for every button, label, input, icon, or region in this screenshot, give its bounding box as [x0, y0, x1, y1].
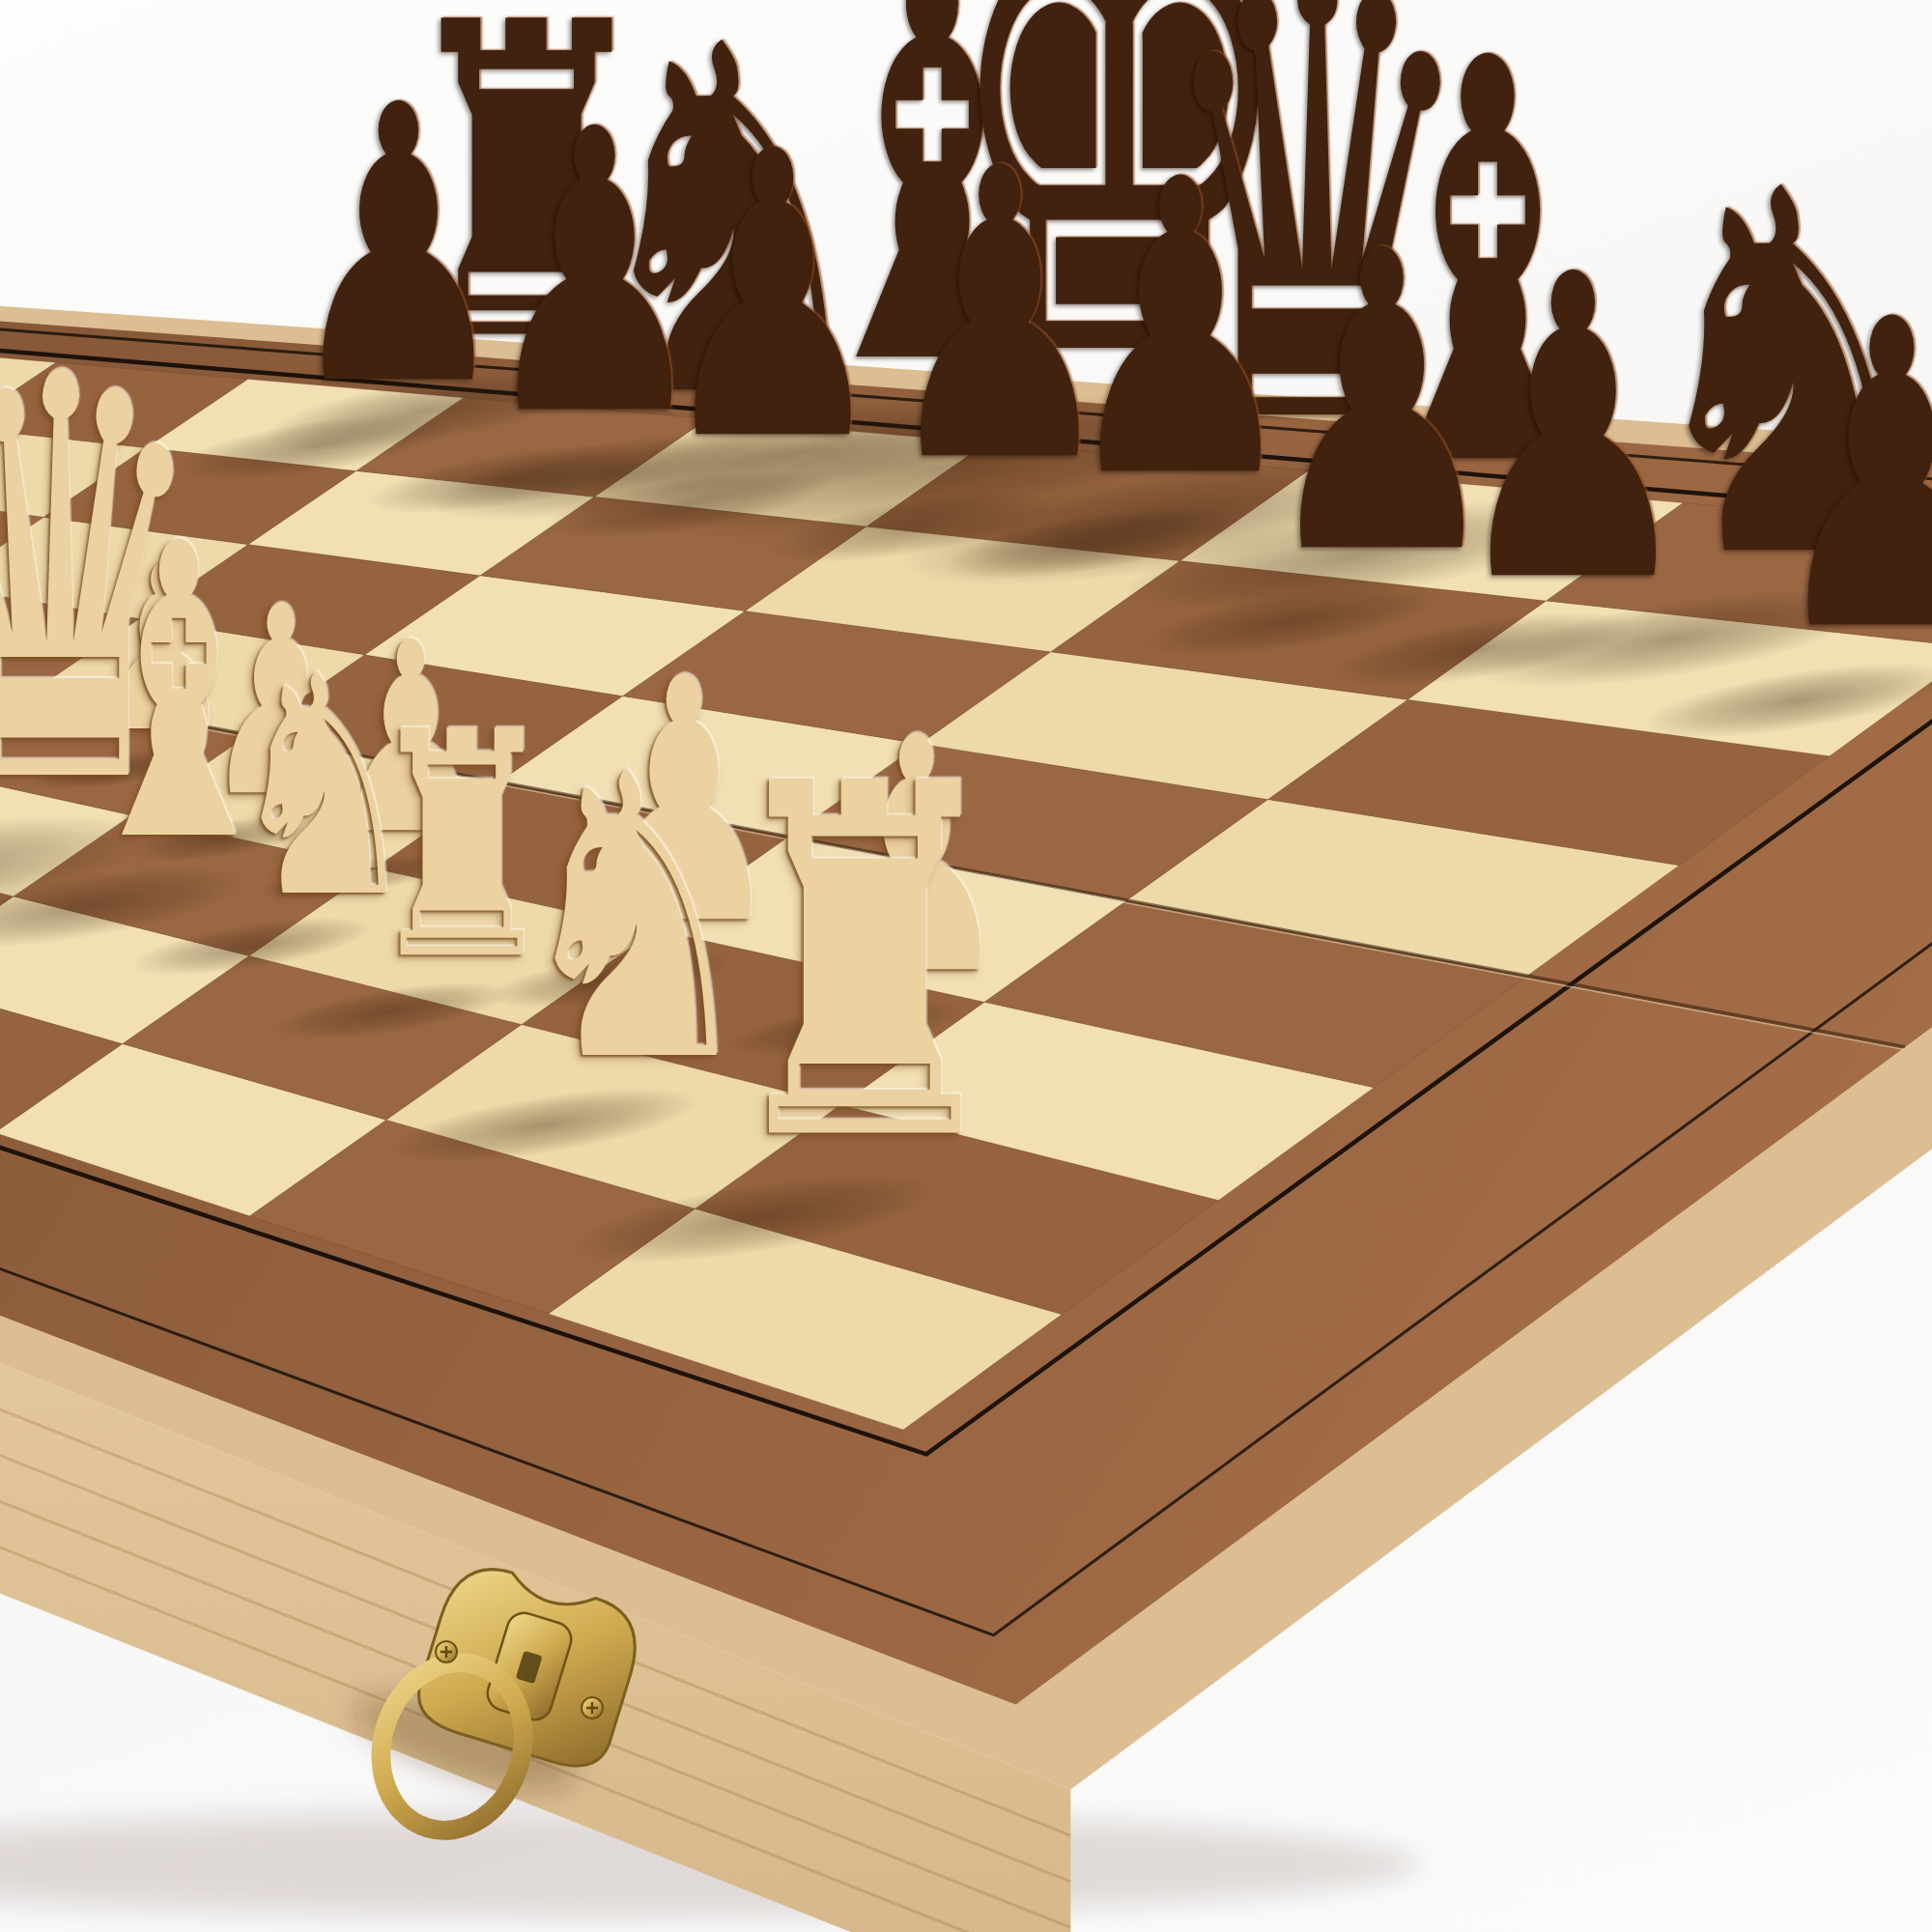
latch-screw — [582, 1697, 603, 1719]
black-pawn-b7[interactable]: ♟ — [1435, 259, 1711, 602]
white-rook-h1[interactable]: ♜ — [695, 766, 1034, 1164]
latch-screw — [436, 1641, 457, 1662]
black-pawn-a7[interactable]: ♟ — [1751, 304, 1932, 652]
chess-set-photo: ♜♟♝♚♞♟♟♛♟♟♝♟♞♟♟♟♟♛♟♝♞♟♜♟♞♜ — [0, 0, 1932, 1932]
black-pawn-f7[interactable]: ♟ — [642, 136, 902, 460]
